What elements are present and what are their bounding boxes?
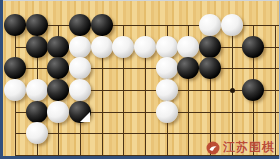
go-stone-black xyxy=(177,57,199,79)
watermark-logo-icon xyxy=(206,141,220,155)
go-stone-white xyxy=(26,79,48,101)
go-stone-white xyxy=(69,79,91,101)
frame-border-bottom xyxy=(0,156,280,159)
go-stone-black xyxy=(4,14,26,36)
go-stone-white xyxy=(91,36,113,58)
go-stone-white xyxy=(69,57,91,79)
go-stone-white xyxy=(112,36,134,58)
frame-border-right xyxy=(279,0,280,159)
go-stone-white xyxy=(4,79,26,101)
go-stone-black xyxy=(91,14,113,36)
go-stone-white xyxy=(134,36,156,58)
go-stone-white xyxy=(69,36,91,58)
go-stone-white xyxy=(221,14,243,36)
frame-border-left xyxy=(0,0,3,159)
last-move-marker xyxy=(80,112,90,122)
go-stone-black xyxy=(199,57,221,79)
go-stone-black xyxy=(69,14,91,36)
go-stone-black xyxy=(47,36,69,58)
go-board-screenshot: 江苏围棋 xyxy=(0,0,280,159)
go-stone-white xyxy=(156,57,178,79)
go-stone-black xyxy=(69,101,91,123)
go-stone-black xyxy=(242,79,264,101)
go-stone-black xyxy=(47,79,69,101)
grid-line-horizontal xyxy=(15,133,279,134)
go-stone-white xyxy=(156,36,178,58)
frame-border-top xyxy=(0,0,280,1)
go-stone-white xyxy=(156,79,178,101)
go-stone-black xyxy=(26,14,48,36)
go-stone-black xyxy=(47,57,69,79)
go-stone-black xyxy=(26,36,48,58)
go-stone-white xyxy=(177,36,199,58)
go-stone-white xyxy=(156,101,178,123)
watermark: 江苏围棋 xyxy=(206,139,275,156)
go-stone-white xyxy=(47,101,69,123)
go-stone-black xyxy=(4,57,26,79)
go-stone-black xyxy=(26,101,48,123)
star-point xyxy=(230,88,235,93)
go-stone-white xyxy=(199,14,221,36)
go-stone-white xyxy=(26,122,48,144)
go-stone-black xyxy=(199,36,221,58)
go-stone-black xyxy=(242,36,264,58)
